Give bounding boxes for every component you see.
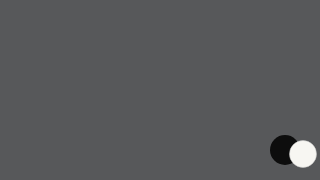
go-board-canvas[interactable] <box>62 0 258 180</box>
logo-white-stone <box>290 141 317 168</box>
channel-logo <box>261 129 319 175</box>
app-screen <box>0 0 320 180</box>
go-board[interactable] <box>62 0 258 180</box>
